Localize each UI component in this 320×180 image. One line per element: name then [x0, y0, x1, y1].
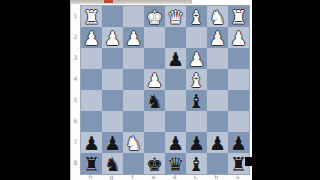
square-h2[interactable]: ♟: [81, 27, 102, 48]
piece-black-knight: ♞: [144, 90, 165, 111]
square-b1[interactable]: ♞: [207, 6, 228, 27]
piece-black-pawn: ♟: [207, 132, 228, 153]
square-f6[interactable]: [123, 111, 144, 132]
file-label-b: b: [206, 173, 227, 180]
square-e2[interactable]: [144, 27, 165, 48]
square-h1[interactable]: ♜: [81, 6, 102, 27]
piece-white-bishop: ♝: [186, 69, 207, 90]
square-f1[interactable]: [123, 6, 144, 27]
corner-artifact: [245, 157, 253, 166]
piece-black-pawn: ♟: [165, 132, 186, 153]
file-label-a: a: [227, 173, 248, 180]
square-h4[interactable]: [81, 69, 102, 90]
square-b6[interactable]: [207, 111, 228, 132]
piece-black-pawn: ♟: [186, 132, 207, 153]
square-g7[interactable]: ♟: [102, 132, 123, 153]
square-g4[interactable]: [102, 69, 123, 90]
piece-white-queen: ♛: [165, 6, 186, 27]
square-a4[interactable]: [228, 69, 249, 90]
square-b4[interactable]: [207, 69, 228, 90]
square-e4[interactable]: ♟: [144, 69, 165, 90]
square-f8[interactable]: [123, 153, 144, 174]
toolbar-red-icon: [104, 0, 113, 3]
square-g3[interactable]: [102, 48, 123, 69]
square-e7[interactable]: [144, 132, 165, 153]
square-e6[interactable]: [144, 111, 165, 132]
square-a2[interactable]: ♟: [228, 27, 249, 48]
square-h5[interactable]: [81, 90, 102, 111]
square-c3[interactable]: ♟: [186, 48, 207, 69]
piece-black-pawn: ♟: [81, 132, 102, 153]
square-h7[interactable]: ♟: [81, 132, 102, 153]
piece-white-rook: ♜: [228, 6, 249, 27]
square-f7[interactable]: ♞: [123, 132, 144, 153]
piece-white-rook: ♜: [81, 6, 102, 27]
rank-label-7: 7: [72, 131, 79, 152]
piece-black-pawn: ♟: [228, 132, 249, 153]
square-d5[interactable]: [165, 90, 186, 111]
square-d3[interactable]: ♟: [165, 48, 186, 69]
square-a5[interactable]: [228, 90, 249, 111]
square-c4[interactable]: ♝: [186, 69, 207, 90]
piece-black-pawn: ♟: [102, 132, 123, 153]
square-d1[interactable]: ♛: [165, 6, 186, 27]
file-label-h: h: [80, 173, 101, 180]
piece-black-king: ♚: [144, 153, 165, 174]
piece-black-pawn: ♟: [165, 48, 186, 69]
rank-label-5: 5: [72, 89, 79, 110]
square-d6[interactable]: [165, 111, 186, 132]
file-label-f: f: [122, 173, 143, 180]
square-e1[interactable]: ♚: [144, 6, 165, 27]
square-f2[interactable]: ♟: [123, 27, 144, 48]
square-a3[interactable]: [228, 48, 249, 69]
piece-white-knight: ♞: [207, 6, 228, 27]
square-h8[interactable]: ♜: [81, 153, 102, 174]
rank-label-1: 1: [72, 5, 79, 26]
piece-white-pawn: ♟: [228, 27, 249, 48]
square-b5[interactable]: [207, 90, 228, 111]
square-e8[interactable]: ♚: [144, 153, 165, 174]
piece-white-pawn: ♟: [186, 48, 207, 69]
piece-white-pawn: ♟: [102, 27, 123, 48]
rank-label-8: 8: [72, 152, 79, 173]
file-label-g: g: [101, 173, 122, 180]
square-b7[interactable]: ♟: [207, 132, 228, 153]
video-frame: ♜♚♛♝♞♜♟♟♟♟♟♟♟♟♝♞♝♟♟♞♟♟♟♟♜♞♚♛♝♜ 12345678h…: [0, 0, 320, 180]
square-h3[interactable]: [81, 48, 102, 69]
piece-white-knight: ♞: [123, 132, 144, 153]
piece-black-knight: ♞: [102, 153, 123, 174]
square-h6[interactable]: [81, 111, 102, 132]
square-c8[interactable]: ♝: [186, 153, 207, 174]
square-b8[interactable]: [207, 153, 228, 174]
file-label-d: d: [164, 173, 185, 180]
square-a1[interactable]: ♜: [228, 6, 249, 27]
square-g6[interactable]: [102, 111, 123, 132]
piece-black-bishop: ♝: [186, 90, 207, 111]
toolbar-fragment: [71, 0, 192, 4]
square-c7[interactable]: ♟: [186, 132, 207, 153]
square-b2[interactable]: ♟: [207, 27, 228, 48]
square-d4[interactable]: [165, 69, 186, 90]
square-c1[interactable]: ♝: [186, 6, 207, 27]
square-b3[interactable]: [207, 48, 228, 69]
square-d7[interactable]: ♟: [165, 132, 186, 153]
piece-white-pawn: ♟: [207, 27, 228, 48]
square-f3[interactable]: [123, 48, 144, 69]
square-g8[interactable]: ♞: [102, 153, 123, 174]
piece-white-pawn: ♟: [81, 27, 102, 48]
chess-board: ♜♚♛♝♞♜♟♟♟♟♟♟♟♟♝♞♝♟♟♞♟♟♟♟♜♞♚♛♝♜: [80, 5, 250, 175]
piece-white-king: ♚: [144, 6, 165, 27]
square-e3[interactable]: [144, 48, 165, 69]
square-e5[interactable]: ♞: [144, 90, 165, 111]
square-a7[interactable]: ♟: [228, 132, 249, 153]
file-label-e: e: [143, 173, 164, 180]
piece-white-pawn: ♟: [144, 69, 165, 90]
square-g5[interactable]: [102, 90, 123, 111]
square-f5[interactable]: [123, 90, 144, 111]
square-a6[interactable]: [228, 111, 249, 132]
square-c2[interactable]: [186, 27, 207, 48]
square-c6[interactable]: [186, 111, 207, 132]
square-g1[interactable]: [102, 6, 123, 27]
rank-label-2: 2: [72, 26, 79, 47]
piece-black-bishop: ♝: [186, 153, 207, 174]
square-d2[interactable]: [165, 27, 186, 48]
square-g2[interactable]: ♟: [102, 27, 123, 48]
diagram-panel: ♜♚♛♝♞♜♟♟♟♟♟♟♟♟♝♞♝♟♟♞♟♟♟♟♜♞♚♛♝♜ 12345678h…: [70, 0, 252, 180]
rank-label-4: 4: [72, 68, 79, 89]
piece-black-queen: ♛: [165, 153, 186, 174]
square-d8[interactable]: ♛: [165, 153, 186, 174]
rank-label-6: 6: [72, 110, 79, 131]
piece-black-rook: ♜: [81, 153, 102, 174]
piece-white-pawn: ♟: [123, 27, 144, 48]
piece-white-bishop: ♝: [186, 6, 207, 27]
rank-label-3: 3: [72, 47, 79, 68]
square-f4[interactable]: [123, 69, 144, 90]
file-label-c: c: [185, 173, 206, 180]
square-c5[interactable]: ♝: [186, 90, 207, 111]
